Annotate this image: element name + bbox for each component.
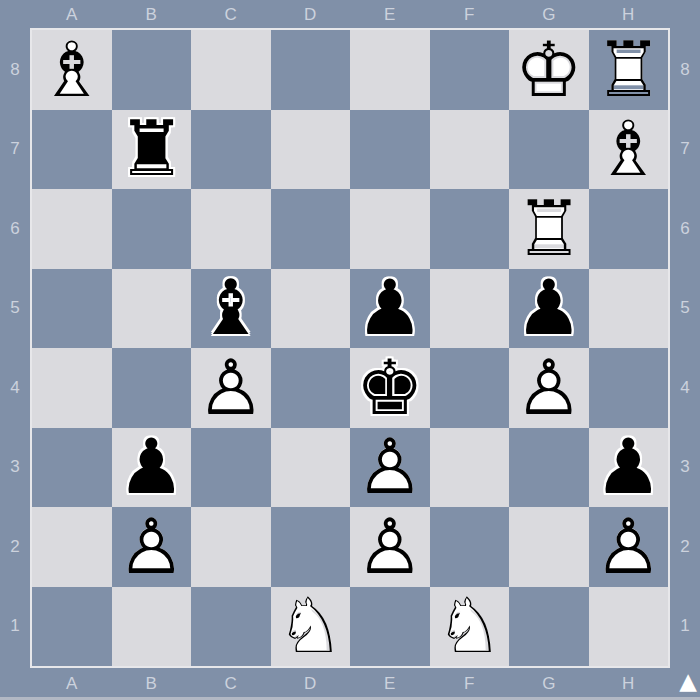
rank-label-right-3: 3 bbox=[670, 428, 700, 508]
white-bishop-a8[interactable]: ♝♗ bbox=[32, 30, 112, 110]
piece-glyph: ♜ bbox=[112, 110, 192, 190]
white-pawn-g4[interactable]: ♟♙ bbox=[509, 348, 589, 428]
square-a8[interactable]: ♝♗ bbox=[32, 30, 112, 110]
black-pawn-h3[interactable]: ♟ bbox=[589, 428, 669, 508]
square-f6[interactable] bbox=[430, 189, 510, 269]
square-b4[interactable] bbox=[112, 348, 192, 428]
square-b8[interactable] bbox=[112, 30, 192, 110]
square-e2[interactable]: ♟♙ bbox=[350, 507, 430, 587]
piece-outline-glyph: ♗ bbox=[32, 30, 112, 110]
black-king-e4[interactable]: ♚ bbox=[350, 348, 430, 428]
square-a2[interactable] bbox=[32, 507, 112, 587]
file-label-bottom-g: G bbox=[509, 669, 589, 699]
square-e4[interactable]: ♚ bbox=[350, 348, 430, 428]
white-pawn-b2[interactable]: ♟♙ bbox=[112, 507, 192, 587]
square-d7[interactable] bbox=[271, 110, 351, 190]
square-f4[interactable] bbox=[430, 348, 510, 428]
square-f3[interactable] bbox=[430, 428, 510, 508]
black-rook-b7[interactable]: ♜ bbox=[112, 110, 192, 190]
square-a3[interactable] bbox=[32, 428, 112, 508]
square-e7[interactable] bbox=[350, 110, 430, 190]
square-c4[interactable]: ♟♙ bbox=[191, 348, 271, 428]
file-label-bottom-a: A bbox=[32, 669, 112, 699]
white-rook-g6[interactable]: ♜♖ bbox=[509, 189, 589, 269]
file-label-bottom-d: D bbox=[271, 669, 351, 699]
white-knight-f1[interactable]: ♞♘ bbox=[430, 587, 510, 667]
square-c6[interactable] bbox=[191, 189, 271, 269]
file-label-top-e: E bbox=[350, 0, 430, 30]
white-to-move-triangle-icon: ▲ bbox=[679, 670, 697, 693]
file-label-bottom-b: B bbox=[112, 669, 192, 699]
rank-label-right-2: 2 bbox=[670, 507, 700, 587]
square-g2[interactable] bbox=[509, 507, 589, 587]
piece-glyph: ♚ bbox=[350, 348, 430, 428]
rank-label-right-1: 1 bbox=[670, 587, 700, 667]
square-g6[interactable]: ♜♖ bbox=[509, 189, 589, 269]
file-label-top-c: C bbox=[191, 0, 271, 30]
piece-outline-glyph: ♖ bbox=[509, 189, 589, 269]
square-h1[interactable] bbox=[589, 587, 669, 667]
square-g7[interactable] bbox=[509, 110, 589, 190]
rank-label-left-3: 3 bbox=[0, 428, 30, 508]
white-knight-d1[interactable]: ♞♘ bbox=[271, 587, 351, 667]
square-e3[interactable]: ♟♙ bbox=[350, 428, 430, 508]
square-b7[interactable]: ♜ bbox=[112, 110, 192, 190]
square-g3[interactable] bbox=[509, 428, 589, 508]
square-h3[interactable]: ♟ bbox=[589, 428, 669, 508]
square-d3[interactable] bbox=[271, 428, 351, 508]
square-c1[interactable] bbox=[191, 587, 271, 667]
piece-outline-glyph: ♘ bbox=[271, 587, 351, 667]
piece-outline-glyph: ♙ bbox=[191, 348, 271, 428]
square-f1[interactable]: ♞♘ bbox=[430, 587, 510, 667]
square-g1[interactable] bbox=[509, 587, 589, 667]
square-e1[interactable] bbox=[350, 587, 430, 667]
rank-label-right-6: 6 bbox=[670, 189, 700, 269]
square-h4[interactable] bbox=[589, 348, 669, 428]
rank-label-left-2: 2 bbox=[0, 507, 30, 587]
file-label-bottom-h: H bbox=[589, 669, 669, 699]
file-label-bottom-e: E bbox=[350, 669, 430, 699]
file-label-top-f: F bbox=[430, 0, 510, 30]
white-rook-h8[interactable]: ♜♖ bbox=[589, 30, 669, 110]
rank-label-left-5: 5 bbox=[0, 269, 30, 349]
square-b3[interactable]: ♟ bbox=[112, 428, 192, 508]
square-d2[interactable] bbox=[271, 507, 351, 587]
square-d5[interactable] bbox=[271, 269, 351, 349]
piece-outline-glyph: ♖ bbox=[589, 30, 669, 110]
rank-label-right-5: 5 bbox=[670, 269, 700, 349]
piece-outline-glyph: ♙ bbox=[509, 348, 589, 428]
square-a6[interactable] bbox=[32, 189, 112, 269]
file-label-top-b: B bbox=[112, 0, 192, 30]
black-pawn-e5[interactable]: ♟ bbox=[350, 269, 430, 349]
piece-outline-glyph: ♘ bbox=[430, 587, 510, 667]
piece-glyph: ♝ bbox=[191, 269, 271, 349]
square-a5[interactable] bbox=[32, 269, 112, 349]
piece-glyph: ♟ bbox=[112, 428, 192, 508]
white-pawn-e3[interactable]: ♟♙ bbox=[350, 428, 430, 508]
piece-outline-glyph: ♙ bbox=[350, 507, 430, 587]
rank-label-left-1: 1 bbox=[0, 587, 30, 667]
square-d8[interactable] bbox=[271, 30, 351, 110]
square-g4[interactable]: ♟♙ bbox=[509, 348, 589, 428]
white-king-g8[interactable]: ♚♔ bbox=[509, 30, 589, 110]
piece-outline-glyph: ♔ bbox=[509, 30, 589, 110]
piece-outline-glyph: ♙ bbox=[112, 507, 192, 587]
square-h8[interactable]: ♜♖ bbox=[589, 30, 669, 110]
piece-glyph: ♟ bbox=[589, 428, 669, 508]
rank-label-left-4: 4 bbox=[0, 348, 30, 428]
square-b1[interactable] bbox=[112, 587, 192, 667]
file-labels-bottom: ABCDEFGH bbox=[32, 669, 668, 699]
rank-label-right-4: 4 bbox=[670, 348, 700, 428]
square-c5[interactable]: ♝ bbox=[191, 269, 271, 349]
piece-outline-glyph: ♗ bbox=[589, 110, 669, 190]
white-pawn-e2[interactable]: ♟♙ bbox=[350, 507, 430, 587]
rank-label-right-7: 7 bbox=[670, 110, 700, 190]
rank-label-left-7: 7 bbox=[0, 110, 30, 190]
black-bishop-c5[interactable]: ♝ bbox=[191, 269, 271, 349]
chess-board: ♝♗♚♔♜♖♜♝♗♜♖♝♟♟♟♙♚♟♙♟♟♙♟♟♙♟♙♟♙♞♘♞♘ bbox=[30, 28, 670, 668]
square-e5[interactable]: ♟ bbox=[350, 269, 430, 349]
square-c8[interactable] bbox=[191, 30, 271, 110]
piece-glyph: ♟ bbox=[350, 269, 430, 349]
rank-label-right-8: 8 bbox=[670, 30, 700, 110]
square-a1[interactable] bbox=[32, 587, 112, 667]
square-f8[interactable] bbox=[430, 30, 510, 110]
square-g8[interactable]: ♚♔ bbox=[509, 30, 589, 110]
chessboard-frame: ABCDEFGH ABCDEFGH 87654321 87654321 ♝♗♚♔… bbox=[0, 0, 700, 700]
rank-label-left-6: 6 bbox=[0, 189, 30, 269]
file-label-top-d: D bbox=[271, 0, 351, 30]
file-label-bottom-f: F bbox=[430, 669, 510, 699]
black-pawn-b3[interactable]: ♟ bbox=[112, 428, 192, 508]
square-f5[interactable] bbox=[430, 269, 510, 349]
square-b5[interactable] bbox=[112, 269, 192, 349]
rank-labels-left: 87654321 bbox=[0, 30, 30, 666]
piece-outline-glyph: ♙ bbox=[350, 428, 430, 508]
square-d4[interactable] bbox=[271, 348, 351, 428]
square-b2[interactable]: ♟♙ bbox=[112, 507, 192, 587]
white-bishop-h7[interactable]: ♝♗ bbox=[589, 110, 669, 190]
white-pawn-c4[interactable]: ♟♙ bbox=[191, 348, 271, 428]
rank-labels-right: 87654321 bbox=[670, 30, 700, 666]
square-f2[interactable] bbox=[430, 507, 510, 587]
square-f7[interactable] bbox=[430, 110, 510, 190]
square-a7[interactable] bbox=[32, 110, 112, 190]
piece-outline-glyph: ♙ bbox=[589, 507, 669, 587]
square-h2[interactable]: ♟♙ bbox=[589, 507, 669, 587]
square-b6[interactable] bbox=[112, 189, 192, 269]
square-h5[interactable] bbox=[589, 269, 669, 349]
white-pawn-h2[interactable]: ♟♙ bbox=[589, 507, 669, 587]
piece-glyph: ♟ bbox=[509, 269, 589, 349]
square-c7[interactable] bbox=[191, 110, 271, 190]
black-pawn-g5[interactable]: ♟ bbox=[509, 269, 589, 349]
square-c2[interactable] bbox=[191, 507, 271, 587]
square-c3[interactable] bbox=[191, 428, 271, 508]
square-e6[interactable] bbox=[350, 189, 430, 269]
square-h7[interactable]: ♝♗ bbox=[589, 110, 669, 190]
square-e8[interactable] bbox=[350, 30, 430, 110]
square-d6[interactable] bbox=[271, 189, 351, 269]
square-a4[interactable] bbox=[32, 348, 112, 428]
rank-label-left-8: 8 bbox=[0, 30, 30, 110]
square-g5[interactable]: ♟ bbox=[509, 269, 589, 349]
file-label-bottom-c: C bbox=[191, 669, 271, 699]
square-d1[interactable]: ♞♘ bbox=[271, 587, 351, 667]
square-h6[interactable] bbox=[589, 189, 669, 269]
